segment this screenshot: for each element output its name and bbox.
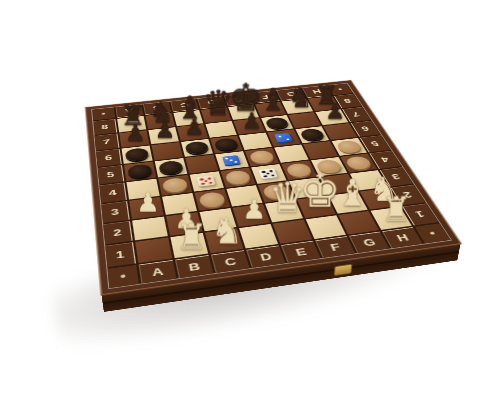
rank-label-left-1: 1 (105, 242, 136, 268)
square-c3 (194, 189, 230, 211)
die-pip (234, 161, 238, 163)
rank-label-left-7: 7 (95, 133, 120, 150)
label-text: F (260, 93, 270, 100)
die-pip (266, 173, 270, 175)
die-pip (271, 174, 275, 176)
die-pip (209, 182, 213, 184)
light-checker-b4 (161, 177, 188, 193)
light-checker-f4 (285, 162, 313, 177)
label-text: F (328, 241, 342, 253)
die-pip (278, 135, 282, 137)
label-text: 4 (380, 155, 392, 164)
dark-checker-a5 (127, 163, 152, 178)
label-text: 5 (106, 170, 114, 179)
label-text: D (207, 99, 217, 106)
die-pip (225, 158, 229, 160)
square-b4 (158, 175, 192, 196)
label-text: 4 (108, 188, 117, 198)
blue-die-f6 (274, 133, 292, 142)
dark-checker-f7 (264, 117, 290, 130)
label-text: E (233, 96, 243, 103)
rank-label-right-6: 6 (350, 120, 380, 136)
corner-dot-icon (429, 231, 435, 234)
label-text: 2 (113, 227, 122, 238)
square-d1 (238, 224, 278, 249)
white-die-e4 (259, 168, 278, 179)
square-a5 (123, 161, 156, 181)
label-text: 8 (343, 98, 353, 105)
label-text: 7 (103, 138, 111, 146)
rank-label-left-5: 5 (98, 165, 125, 184)
dark-checker-a6 (124, 147, 149, 162)
label-text: G (361, 236, 378, 248)
light-checker-e5 (248, 150, 275, 165)
label-text: C (223, 255, 237, 268)
die-pip (208, 177, 212, 179)
corner-dot-icon (102, 113, 106, 115)
square-c1: ♞ (204, 228, 243, 253)
label-text: B (152, 104, 162, 111)
die-pip (204, 180, 208, 182)
frame-corner (108, 265, 139, 288)
cream-die-c4 (197, 176, 216, 187)
square-b5 (154, 158, 187, 178)
file-label-front-e: E (280, 240, 320, 262)
dark-checker-d6 (213, 137, 239, 151)
label-text: E (294, 245, 308, 257)
square-f5 (274, 144, 309, 163)
brass-hinge-icon (333, 264, 352, 276)
label-text: A (125, 107, 135, 114)
light-checker-c3 (198, 191, 226, 208)
rank-label-right-4: 4 (369, 151, 401, 169)
die-pip (269, 170, 273, 172)
die-pip (262, 171, 266, 173)
label-text: 1 (414, 209, 428, 220)
label-text: 6 (360, 125, 371, 133)
board-scene: ABCDEFGH8♜♞♝♛♚♝♞♜87♟♟♟♟♟76655443♟32♟♟♛♚♝… (86, 81, 459, 294)
label-text: C (180, 102, 190, 109)
light-checker-d4 (224, 170, 252, 186)
file-label-front-a: A (138, 260, 176, 284)
light-checker-g4 (314, 159, 343, 174)
corner-dot-icon (338, 88, 342, 90)
label-text: 3 (110, 207, 119, 218)
dark-checker-b5 (158, 160, 184, 175)
rank-label-left-3: 3 (101, 201, 129, 223)
rank-label-left-2: 2 (103, 221, 133, 245)
die-pip (200, 178, 204, 180)
file-label-front-b: B (174, 255, 213, 278)
square-e5 (244, 148, 279, 167)
square-d5 (215, 151, 249, 170)
label-text: 2 (402, 190, 415, 200)
square-c6 (180, 139, 213, 157)
label-text: D (259, 250, 274, 263)
file-label-front-c: C (210, 250, 249, 273)
square-b6 (151, 142, 183, 160)
label-text: 7 (351, 111, 362, 118)
file-label-front-f: F (314, 236, 355, 258)
die-pip (201, 183, 205, 185)
label-text: B (187, 260, 201, 273)
rank-label-left-6: 6 (96, 149, 122, 167)
label-text: 5 (370, 140, 381, 148)
label-text: G (285, 91, 297, 98)
dark-checker-c6 (184, 141, 209, 155)
label-text: 6 (104, 154, 112, 163)
square-e1 (272, 219, 312, 244)
light-checker-e3 (261, 183, 290, 200)
blue-die-d5 (222, 155, 241, 165)
light-checker-h5 (335, 140, 363, 154)
rank-label-right-2: 2 (390, 184, 425, 205)
rank-label-left-4: 4 (99, 182, 126, 203)
file-label-front-d: D (245, 245, 285, 267)
die-pip (286, 138, 290, 140)
die-pip (230, 159, 234, 161)
label-text: H (311, 88, 322, 95)
square-e6 (238, 132, 271, 150)
label-text: 8 (101, 123, 109, 131)
label-text: H (394, 232, 410, 244)
light-checker-h4 (344, 155, 373, 170)
label-text: 1 (115, 249, 125, 261)
dark-checker-g6 (299, 128, 326, 141)
label-text: A (151, 265, 164, 278)
die-pip (263, 175, 267, 177)
rank-label-right-5: 5 (359, 135, 390, 152)
product-photo: ABCDEFGH8♜♞♝♛♚♝♞♜87♟♟♟♟♟76655443♟32♟♟♛♚♝… (0, 0, 500, 400)
label-text: 3 (390, 172, 402, 181)
corner-dot-icon (120, 274, 125, 278)
